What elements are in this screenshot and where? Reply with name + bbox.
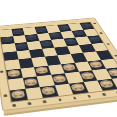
nail-dot-icon: [107, 43, 110, 45]
nail-dot-icon: [4, 95, 7, 97]
nail-dot-icon: [43, 100, 47, 103]
checkers-board-box: ⛂⛂⛂⛂⛂⛂⛂⛂⛂⛂⛂⛂⛂⛂⛂⛂⛂⛂⛂⛂⛂⛂⛂⛂: [0, 18, 117, 112]
nail-dot-icon: [100, 32, 103, 33]
nail-dot-icon: [93, 23, 96, 24]
nail-dot-icon: [88, 95, 92, 97]
nail-dot-icon: [73, 97, 77, 100]
nail-dot-icon: [102, 93, 106, 95]
nail-dot-icon: [114, 55, 117, 57]
nail-dot-icon: [28, 102, 31, 105]
nail-dot-icon: [12, 104, 15, 107]
product-photo: ⛂⛂⛂⛂⛂⛂⛂⛂⛂⛂⛂⛂⛂⛂⛂⛂⛂⛂⛂⛂⛂⛂⛂⛂: [0, 0, 117, 117]
nail-dot-icon: [116, 92, 117, 94]
nail-dot-icon: [0, 71, 3, 73]
scene: ⛂⛂⛂⛂⛂⛂⛂⛂⛂⛂⛂⛂⛂⛂⛂⛂⛂⛂⛂⛂⛂⛂⛂⛂: [0, 0, 117, 117]
nail-dot-icon: [58, 99, 62, 102]
